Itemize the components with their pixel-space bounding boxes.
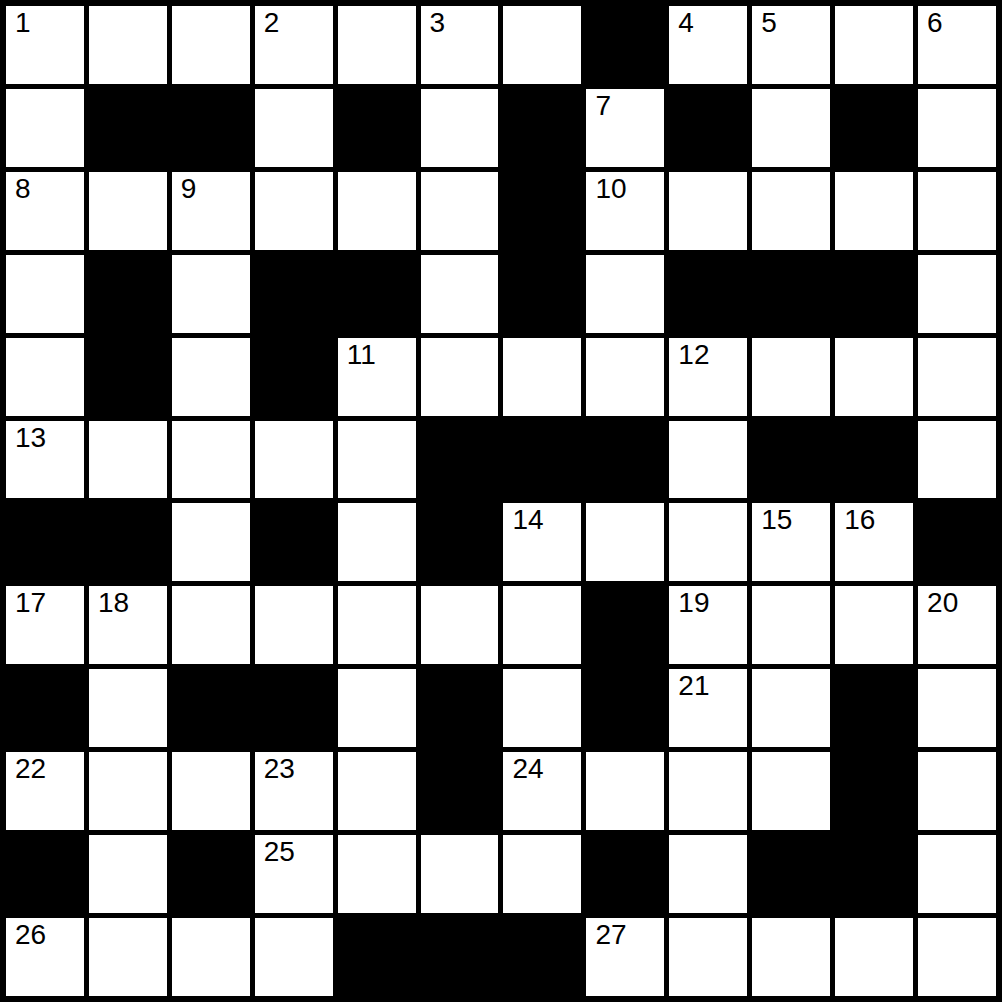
block-cell-r5c7 <box>586 421 664 499</box>
clue-number-17: 17 <box>15 587 46 619</box>
cell-r0c0[interactable]: 1 <box>6 6 84 84</box>
block-cell-r1c6 <box>503 89 581 167</box>
clue-number-25: 25 <box>264 836 295 868</box>
block-cell-r11c6 <box>503 918 581 996</box>
clue-number-2: 2 <box>264 7 280 39</box>
cell-r6c2[interactable] <box>172 503 250 581</box>
block-cell-r0c7 <box>586 6 664 84</box>
cell-r0c1[interactable] <box>89 6 167 84</box>
cell-r10c5[interactable] <box>421 835 499 913</box>
cell-r7c10[interactable] <box>835 586 913 664</box>
block-cell-r10c7 <box>586 835 664 913</box>
cell-r10c3[interactable]: 25 <box>255 835 333 913</box>
cell-r8c4[interactable] <box>338 669 416 747</box>
cell-r1c7[interactable]: 7 <box>586 89 664 167</box>
cell-r5c3[interactable] <box>255 421 333 499</box>
clue-number-18: 18 <box>98 587 129 619</box>
cell-r9c3[interactable]: 23 <box>255 752 333 830</box>
block-cell-r10c0 <box>6 835 84 913</box>
cell-r10c8[interactable] <box>669 835 747 913</box>
cell-r11c3[interactable] <box>255 918 333 996</box>
cell-r6c10[interactable]: 16 <box>835 503 913 581</box>
block-cell-r8c5 <box>421 669 499 747</box>
cell-r7c8[interactable]: 19 <box>669 586 747 664</box>
cell-r2c9[interactable] <box>752 172 830 250</box>
cell-r2c1[interactable] <box>89 172 167 250</box>
cell-r0c10[interactable] <box>835 6 913 84</box>
clue-number-23: 23 <box>264 753 295 785</box>
cell-r4c10[interactable] <box>835 338 913 416</box>
clue-number-27: 27 <box>595 919 626 951</box>
block-cell-r1c2 <box>172 89 250 167</box>
cell-r7c5[interactable] <box>421 586 499 664</box>
cell-r6c8[interactable] <box>669 503 747 581</box>
clue-number-9: 9 <box>181 173 197 205</box>
cell-r11c9[interactable] <box>752 918 830 996</box>
cell-r5c0[interactable]: 13 <box>6 421 84 499</box>
block-cell-r3c6 <box>503 255 581 333</box>
cell-r2c5[interactable] <box>421 172 499 250</box>
cell-r2c2[interactable]: 9 <box>172 172 250 250</box>
clue-number-11: 11 <box>347 339 376 371</box>
block-cell-r7c7 <box>586 586 664 664</box>
cell-r5c2[interactable] <box>172 421 250 499</box>
block-cell-r3c3 <box>255 255 333 333</box>
block-cell-r8c7 <box>586 669 664 747</box>
cell-r11c11[interactable] <box>918 918 996 996</box>
cell-r11c2[interactable] <box>172 918 250 996</box>
clue-number-24: 24 <box>512 753 543 785</box>
cell-r9c9[interactable] <box>752 752 830 830</box>
cell-r2c8[interactable] <box>669 172 747 250</box>
cell-r9c0[interactable]: 22 <box>6 752 84 830</box>
block-cell-r3c4 <box>338 255 416 333</box>
cell-r0c4[interactable] <box>338 6 416 84</box>
clue-number-6: 6 <box>927 7 943 39</box>
block-cell-r9c5 <box>421 752 499 830</box>
clue-number-5: 5 <box>761 7 777 39</box>
block-cell-r5c10 <box>835 421 913 499</box>
cell-r3c7[interactable] <box>586 255 664 333</box>
cell-r9c11[interactable] <box>918 752 996 830</box>
cell-r0c3[interactable]: 2 <box>255 6 333 84</box>
clue-number-26: 26 <box>15 919 46 951</box>
cell-r4c0[interactable] <box>6 338 84 416</box>
clue-number-8: 8 <box>15 173 31 205</box>
cell-r4c8[interactable]: 12 <box>669 338 747 416</box>
cell-r7c3[interactable] <box>255 586 333 664</box>
cell-r0c2[interactable] <box>172 6 250 84</box>
cell-r8c8[interactable]: 21 <box>669 669 747 747</box>
block-cell-r1c8 <box>669 89 747 167</box>
cell-r6c7[interactable] <box>586 503 664 581</box>
cell-r9c8[interactable] <box>669 752 747 830</box>
cell-r1c0[interactable] <box>6 89 84 167</box>
clue-number-4: 4 <box>678 7 694 39</box>
cell-r2c7[interactable]: 10 <box>586 172 664 250</box>
block-cell-r2c6 <box>503 172 581 250</box>
block-cell-r6c3 <box>255 503 333 581</box>
block-cell-r1c10 <box>835 89 913 167</box>
block-cell-r8c10 <box>835 669 913 747</box>
cell-r1c5[interactable] <box>421 89 499 167</box>
cell-r2c4[interactable] <box>338 172 416 250</box>
cell-r5c1[interactable] <box>89 421 167 499</box>
cell-r8c11[interactable] <box>918 669 996 747</box>
cell-r11c8[interactable] <box>669 918 747 996</box>
block-cell-r3c8 <box>669 255 747 333</box>
cell-r9c7[interactable] <box>586 752 664 830</box>
cell-r7c9[interactable] <box>752 586 830 664</box>
clue-number-1: 1 <box>15 7 31 39</box>
cell-r3c5[interactable] <box>421 255 499 333</box>
cell-r7c6[interactable] <box>503 586 581 664</box>
cell-r0c11[interactable]: 6 <box>918 6 996 84</box>
clue-number-13: 13 <box>15 422 46 454</box>
block-cell-r5c5 <box>421 421 499 499</box>
cell-r5c8[interactable] <box>669 421 747 499</box>
clue-number-7: 7 <box>595 90 611 122</box>
cell-r10c6[interactable] <box>503 835 581 913</box>
cell-r7c11[interactable]: 20 <box>918 586 996 664</box>
cell-r4c2[interactable] <box>172 338 250 416</box>
cell-r8c9[interactable] <box>752 669 830 747</box>
cell-r4c6[interactable] <box>503 338 581 416</box>
clue-number-20: 20 <box>927 587 958 619</box>
cell-r9c1[interactable] <box>89 752 167 830</box>
cell-r4c4[interactable]: 11 <box>338 338 416 416</box>
cell-r11c7[interactable]: 27 <box>586 918 664 996</box>
block-cell-r10c9 <box>752 835 830 913</box>
cell-r4c11[interactable] <box>918 338 996 416</box>
block-cell-r10c2 <box>172 835 250 913</box>
cell-r6c4[interactable] <box>338 503 416 581</box>
block-cell-r6c5 <box>421 503 499 581</box>
clue-number-21: 21 <box>678 670 709 702</box>
cell-r2c3[interactable] <box>255 172 333 250</box>
cell-r2c10[interactable] <box>835 172 913 250</box>
cell-r0c8[interactable]: 4 <box>669 6 747 84</box>
cell-r11c1[interactable] <box>89 918 167 996</box>
block-cell-r10c10 <box>835 835 913 913</box>
block-cell-r4c3 <box>255 338 333 416</box>
clue-number-16: 16 <box>844 504 875 536</box>
block-cell-r9c10 <box>835 752 913 830</box>
clue-number-3: 3 <box>430 7 446 39</box>
clue-number-12: 12 <box>678 339 709 371</box>
cell-r1c11[interactable] <box>918 89 996 167</box>
clue-number-10: 10 <box>595 173 626 205</box>
cell-r0c6[interactable] <box>503 6 581 84</box>
clue-number-22: 22 <box>15 753 46 785</box>
cell-r8c1[interactable] <box>89 669 167 747</box>
cell-r1c3[interactable] <box>255 89 333 167</box>
block-cell-r3c10 <box>835 255 913 333</box>
block-cell-r1c1 <box>89 89 167 167</box>
block-cell-r3c1 <box>89 255 167 333</box>
cell-r6c6[interactable]: 14 <box>503 503 581 581</box>
cell-r11c0[interactable]: 26 <box>6 918 84 996</box>
block-cell-r11c4 <box>338 918 416 996</box>
cell-r9c4[interactable] <box>338 752 416 830</box>
cell-r1c9[interactable] <box>752 89 830 167</box>
cell-r5c4[interactable] <box>338 421 416 499</box>
cell-r9c6[interactable]: 24 <box>503 752 581 830</box>
cell-r7c1[interactable]: 18 <box>89 586 167 664</box>
cell-r6c9[interactable]: 15 <box>752 503 830 581</box>
cell-r4c9[interactable] <box>752 338 830 416</box>
block-cell-r5c9 <box>752 421 830 499</box>
cell-r4c5[interactable] <box>421 338 499 416</box>
cell-r3c2[interactable] <box>172 255 250 333</box>
block-cell-r5c6 <box>503 421 581 499</box>
cell-r10c4[interactable] <box>338 835 416 913</box>
block-cell-r6c0 <box>6 503 84 581</box>
block-cell-r11c5 <box>421 918 499 996</box>
crossword-grid: 1234567891011121314151617181920212223242… <box>0 0 1002 1002</box>
block-cell-r8c2 <box>172 669 250 747</box>
cell-r2c11[interactable] <box>918 172 996 250</box>
cell-r0c9[interactable]: 5 <box>752 6 830 84</box>
clue-number-15: 15 <box>761 504 792 536</box>
cell-r11c10[interactable] <box>835 918 913 996</box>
block-cell-r6c11 <box>918 503 996 581</box>
block-cell-r3c9 <box>752 255 830 333</box>
block-cell-r6c1 <box>89 503 167 581</box>
clue-number-19: 19 <box>678 587 709 619</box>
cell-r10c11[interactable] <box>918 835 996 913</box>
cell-r5c11[interactable] <box>918 421 996 499</box>
cell-r7c2[interactable] <box>172 586 250 664</box>
cell-r9c2[interactable] <box>172 752 250 830</box>
block-cell-r1c4 <box>338 89 416 167</box>
block-cell-r8c0 <box>6 669 84 747</box>
block-cell-r4c1 <box>89 338 167 416</box>
cell-r7c4[interactable] <box>338 586 416 664</box>
block-cell-r8c3 <box>255 669 333 747</box>
cell-r10c1[interactable] <box>89 835 167 913</box>
cell-r8c6[interactable] <box>503 669 581 747</box>
cell-r2c0[interactable]: 8 <box>6 172 84 250</box>
cell-r3c11[interactable] <box>918 255 996 333</box>
cell-r0c5[interactable]: 3 <box>421 6 499 84</box>
clue-number-14: 14 <box>512 504 543 536</box>
cell-r4c7[interactable] <box>586 338 664 416</box>
cell-r3c0[interactable] <box>6 255 84 333</box>
cell-r7c0[interactable]: 17 <box>6 586 84 664</box>
